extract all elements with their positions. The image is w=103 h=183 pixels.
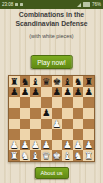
square-c4 bbox=[30, 119, 41, 130]
status-bar: 23:08 76% bbox=[0, 0, 103, 9]
square-d1: ♛ bbox=[41, 150, 52, 161]
square-a4 bbox=[9, 119, 20, 130]
black-pawn-piece: ♟ bbox=[42, 108, 51, 118]
square-g2: ♟ bbox=[73, 140, 84, 151]
black-rook-piece: ♜ bbox=[84, 77, 93, 87]
white-pawn-piece: ♟ bbox=[74, 140, 83, 150]
square-g7: ♟ bbox=[73, 87, 84, 98]
white-bishop-piece: ♝ bbox=[63, 151, 72, 161]
square-c1: ♝ bbox=[30, 150, 41, 161]
square-h2: ♟ bbox=[83, 140, 94, 151]
square-c6 bbox=[30, 97, 41, 108]
square-d3 bbox=[41, 129, 52, 140]
square-f5 bbox=[62, 108, 73, 119]
square-a2: ♟ bbox=[9, 140, 20, 151]
square-d4 bbox=[41, 119, 52, 130]
square-a6 bbox=[9, 97, 20, 108]
square-c2: ♟ bbox=[30, 140, 41, 151]
square-e5 bbox=[52, 108, 63, 119]
black-pawn-piece: ♟ bbox=[84, 87, 93, 97]
white-bishop-piece: ♝ bbox=[31, 151, 40, 161]
battery-icon bbox=[83, 2, 90, 7]
black-pawn-piece: ♟ bbox=[74, 87, 83, 97]
square-c8: ♝ bbox=[30, 76, 41, 87]
white-knight-piece: ♞ bbox=[74, 151, 83, 161]
square-f8: ♝ bbox=[62, 76, 73, 87]
white-rook-piece: ♜ bbox=[84, 151, 93, 161]
square-d6 bbox=[41, 97, 52, 108]
white-rook-piece: ♜ bbox=[10, 151, 19, 161]
square-h3 bbox=[83, 129, 94, 140]
square-e8: ♚ bbox=[52, 76, 63, 87]
page-title-line1: Combinations in the bbox=[0, 11, 103, 20]
white-knight-piece: ♞ bbox=[21, 151, 30, 161]
white-pawn-piece: ♟ bbox=[84, 140, 93, 150]
black-knight-piece: ♞ bbox=[74, 77, 83, 87]
square-f6 bbox=[62, 97, 73, 108]
black-pawn-piece: ♟ bbox=[10, 87, 19, 97]
square-h7: ♟ bbox=[83, 87, 94, 98]
square-f2: ♟ bbox=[62, 140, 73, 151]
square-c7: ♟ bbox=[30, 87, 41, 98]
square-d7 bbox=[41, 87, 52, 98]
white-pawn-piece: ♟ bbox=[63, 140, 72, 150]
square-h8: ♜ bbox=[83, 76, 94, 87]
white-queen-piece: ♛ bbox=[42, 151, 51, 161]
square-h5 bbox=[83, 108, 94, 119]
square-a5 bbox=[9, 108, 20, 119]
status-bar-right: 76% bbox=[77, 0, 101, 9]
square-e7: ♟ bbox=[52, 87, 63, 98]
square-b3 bbox=[20, 129, 31, 140]
square-d8: ♛ bbox=[41, 76, 52, 87]
square-h6 bbox=[83, 97, 94, 108]
about-us-button[interactable]: About us bbox=[34, 167, 68, 179]
square-g4 bbox=[73, 119, 84, 130]
clock-text: 23:08 bbox=[2, 0, 13, 9]
page-subtitle: (with white pieces) bbox=[0, 33, 103, 39]
square-g1: ♞ bbox=[73, 150, 84, 161]
square-b1: ♞ bbox=[20, 150, 31, 161]
black-rook-piece: ♜ bbox=[10, 77, 19, 87]
notification-icon-2 bbox=[20, 3, 23, 6]
square-h1: ♜ bbox=[83, 150, 94, 161]
black-bishop-piece: ♝ bbox=[63, 77, 72, 87]
black-queen-piece: ♛ bbox=[42, 77, 51, 87]
black-knight-piece: ♞ bbox=[21, 77, 30, 87]
page-title: Combinations in the Scandinavian Defense bbox=[0, 11, 103, 28]
white-king-piece: ♚ bbox=[53, 151, 62, 161]
white-pawn-piece: ♟ bbox=[21, 140, 30, 150]
square-b7: ♟ bbox=[20, 87, 31, 98]
square-d5: ♟ bbox=[41, 108, 52, 119]
white-pawn-piece: ♟ bbox=[42, 140, 51, 150]
square-a8: ♜ bbox=[9, 76, 20, 87]
square-b5 bbox=[20, 108, 31, 119]
square-f4 bbox=[62, 119, 73, 130]
square-e3 bbox=[52, 129, 63, 140]
signal-icon bbox=[77, 3, 81, 7]
square-e2 bbox=[52, 140, 63, 151]
black-pawn-piece: ♟ bbox=[21, 87, 30, 97]
white-pawn-piece: ♟ bbox=[31, 140, 40, 150]
square-a3 bbox=[9, 129, 20, 140]
square-g8: ♞ bbox=[73, 76, 84, 87]
play-now-button[interactable]: Play now! bbox=[30, 55, 73, 69]
black-bishop-piece: ♝ bbox=[31, 77, 40, 87]
square-b4 bbox=[20, 119, 31, 130]
square-b8: ♞ bbox=[20, 76, 31, 87]
square-b6 bbox=[20, 97, 31, 108]
square-a1: ♜ bbox=[9, 150, 20, 161]
square-e1: ♚ bbox=[52, 150, 63, 161]
square-d2: ♟ bbox=[41, 140, 52, 151]
chess-board: ♜♞♝♛♚♝♞♜♟♟♟♟♟♟♟♟♟♟♟♟♟♟♟♟♜♞♝♛♚♝♞♜ bbox=[8, 75, 95, 162]
white-pawn-piece: ♟ bbox=[10, 140, 19, 150]
square-g5 bbox=[73, 108, 84, 119]
square-c5 bbox=[30, 108, 41, 119]
square-e4: ♟ bbox=[52, 119, 63, 130]
square-f1: ♝ bbox=[62, 150, 73, 161]
battery-percent-text: 76% bbox=[92, 0, 101, 9]
square-e6 bbox=[52, 97, 63, 108]
square-c3 bbox=[30, 129, 41, 140]
black-pawn-piece: ♟ bbox=[63, 87, 72, 97]
square-f7: ♟ bbox=[62, 87, 73, 98]
square-g6 bbox=[73, 97, 84, 108]
page-title-line2: Scandinavian Defense bbox=[0, 20, 103, 29]
square-h4 bbox=[83, 119, 94, 130]
square-b2: ♟ bbox=[20, 140, 31, 151]
square-f3 bbox=[62, 129, 73, 140]
black-pawn-piece: ♟ bbox=[31, 87, 40, 97]
app-home-screen: 23:08 76% Combinations in the Scandinavi… bbox=[0, 0, 103, 183]
white-pawn-piece: ♟ bbox=[53, 119, 62, 129]
square-a7: ♟ bbox=[9, 87, 20, 98]
black-king-piece: ♚ bbox=[53, 77, 62, 87]
square-g3 bbox=[73, 129, 84, 140]
black-pawn-piece: ♟ bbox=[53, 87, 62, 97]
notification-icon bbox=[15, 3, 18, 6]
status-bar-left: 23:08 bbox=[2, 0, 23, 9]
